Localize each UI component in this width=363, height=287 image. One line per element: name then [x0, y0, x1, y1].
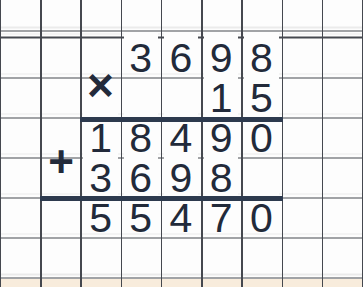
digit-cell: 8 — [201, 157, 241, 197]
digit-cell: 1 — [80, 117, 120, 157]
digit-cell: 5 — [121, 197, 161, 237]
plus-sign: + — [41, 142, 81, 182]
digit-cell: 3 — [121, 37, 161, 77]
digit-cell: 1 — [201, 77, 241, 117]
multiply-sign: × — [80, 65, 120, 105]
digit-cell: 4 — [161, 197, 201, 237]
digit-cell: 7 — [201, 197, 241, 237]
digit-cell: 6 — [161, 37, 201, 77]
digit-cell: 9 — [201, 37, 241, 77]
sum-rule-line — [40, 196, 283, 201]
digit-cell: 3 — [80, 157, 120, 197]
digit-cell: 6 — [121, 157, 161, 197]
digit-cell: 8 — [121, 117, 161, 157]
partial-products-rule-line — [80, 117, 283, 122]
digit-cell: 4 — [161, 117, 201, 157]
digit-cell: 0 — [241, 197, 281, 237]
multiplication-worksheet: 36981518490369855470 × + — [0, 0, 363, 287]
digit-cell: 9 — [161, 157, 201, 197]
digit-cell: 8 — [241, 37, 281, 77]
digit-cell: 5 — [241, 77, 281, 117]
digit-cell: 5 — [80, 197, 120, 237]
digit-cell: 9 — [201, 117, 241, 157]
digit-cell: 0 — [241, 117, 281, 157]
